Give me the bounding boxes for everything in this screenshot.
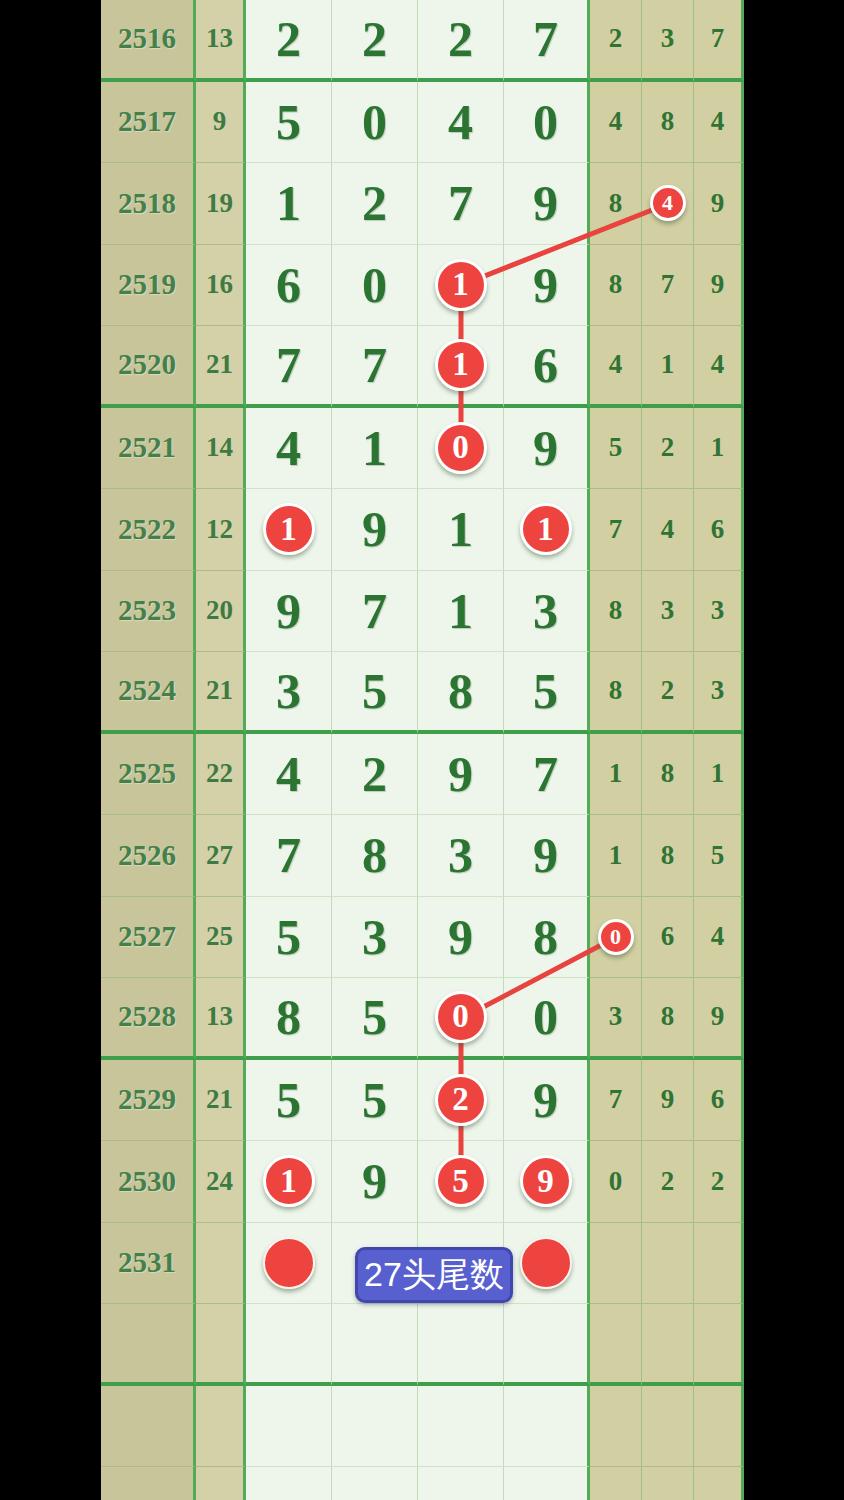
cell-2526-m2: 8 [332, 815, 418, 897]
cell-2525-s1: 1 [590, 734, 642, 816]
cell-2520-issue: 2520 [101, 326, 196, 408]
cell-r18-m3 [418, 1467, 504, 1500]
issue-value: 2531 [118, 1246, 176, 1279]
m1-value: 1 [276, 174, 301, 232]
cell-2531-s1 [590, 1223, 642, 1305]
cell-2524-s1: 8 [590, 652, 642, 734]
cell-2520-m1: 7 [246, 326, 332, 408]
cell-2530-m3: 5 [418, 1141, 504, 1223]
s1-value: 8 [609, 595, 623, 626]
cell-2525-m4: 7 [504, 734, 590, 816]
s1-value: 4 [609, 349, 623, 380]
m1-value: 5 [276, 1071, 301, 1129]
sum-value: 21 [206, 1084, 233, 1115]
marker-big-2530-m1: 1 [263, 1155, 315, 1207]
s2-value: 8 [661, 106, 675, 137]
cell-2521-m1: 4 [246, 408, 332, 490]
cell-2523-issue: 2523 [101, 571, 196, 653]
cell-2517-m2: 0 [332, 82, 418, 164]
m4-value: 7 [533, 745, 558, 803]
cell-2516-s2: 3 [642, 0, 694, 82]
marker-big-2520-m3: 1 [435, 339, 487, 391]
s2-value: 2 [661, 1166, 675, 1197]
cell-r18-m2 [332, 1467, 418, 1500]
cell-2530-s2: 2 [642, 1141, 694, 1223]
s1-value: 7 [609, 1084, 623, 1115]
cell-2531-s3 [694, 1223, 744, 1305]
m1-value: 8 [276, 988, 301, 1046]
cell-2529-issue: 2529 [101, 1060, 196, 1142]
cell-2526-s3: 5 [694, 815, 744, 897]
s2-value: 3 [661, 595, 675, 626]
s2-value: 9 [661, 1084, 675, 1115]
lottery-trend-screenshot: 2516132227237251795040484251819127984925… [0, 0, 844, 1500]
m4-value: 0 [533, 988, 558, 1046]
s1-value: 4 [609, 106, 623, 137]
cell-2518-sum: 19 [196, 163, 246, 245]
m3-value: 1 [448, 500, 473, 558]
cell-r16-s3 [694, 1304, 744, 1386]
cell-2527-s3: 4 [694, 897, 744, 979]
m1-value: 2 [276, 10, 301, 68]
cell-2528-m2: 5 [332, 978, 418, 1060]
m1-value: 6 [276, 256, 301, 314]
s3-value: 5 [711, 840, 725, 871]
cell-r17-s3 [694, 1386, 744, 1468]
cell-2518-m3: 7 [418, 163, 504, 245]
m1-value: 4 [276, 419, 301, 477]
s3-value: 6 [711, 514, 725, 545]
m2-value: 3 [362, 908, 387, 966]
m4-value: 9 [533, 1071, 558, 1129]
s1-value: 0 [609, 1166, 623, 1197]
cell-2518-issue: 2518 [101, 163, 196, 245]
cell-r17-issue [101, 1386, 196, 1468]
issue-value: 2526 [118, 839, 176, 872]
cell-2523-sum: 20 [196, 571, 246, 653]
m3-value: 8 [448, 662, 473, 720]
marker-big-2529-m3: 2 [435, 1074, 487, 1126]
cell-r16-s2 [642, 1304, 694, 1386]
marker-dot-2531-m1 [263, 1237, 315, 1289]
s1-value: 2 [609, 23, 623, 54]
s3-value: 9 [711, 1001, 725, 1032]
cell-2521-s2: 2 [642, 408, 694, 490]
sum-value: 20 [206, 595, 233, 626]
marker-big-2519-m3: 1 [435, 259, 487, 311]
s2-value: 8 [661, 758, 675, 789]
s3-value: 7 [711, 23, 725, 54]
cell-2520-s1: 4 [590, 326, 642, 408]
cell-r18-s3 [694, 1467, 744, 1500]
cell-2522-m4: 1 [504, 489, 590, 571]
cell-2519-s2: 7 [642, 245, 694, 327]
marker-big-2530-m4: 9 [520, 1155, 572, 1207]
cell-2531-s2 [642, 1223, 694, 1305]
cell-2521-issue: 2521 [101, 408, 196, 490]
cell-2529-s2: 9 [642, 1060, 694, 1142]
cell-r16-sum [196, 1304, 246, 1386]
s3-value: 9 [711, 188, 725, 219]
s2-value: 2 [661, 432, 675, 463]
cell-2531-sum [196, 1223, 246, 1305]
m3-value: 7 [448, 174, 473, 232]
cell-2529-m4: 9 [504, 1060, 590, 1142]
cell-2522-issue: 2522 [101, 489, 196, 571]
cell-2520-m4: 6 [504, 326, 590, 408]
issue-value: 2518 [118, 187, 176, 220]
s3-value: 2 [711, 1166, 725, 1197]
cell-r17-sum [196, 1386, 246, 1468]
cell-2519-m1: 6 [246, 245, 332, 327]
cell-2527-s2: 6 [642, 897, 694, 979]
cell-2524-s2: 2 [642, 652, 694, 734]
m3-value: 2 [448, 10, 473, 68]
cell-2527-issue: 2527 [101, 897, 196, 979]
cell-2526-m1: 7 [246, 815, 332, 897]
cell-2518-s3: 9 [694, 163, 744, 245]
sum-value: 25 [206, 921, 233, 952]
cell-2525-issue: 2525 [101, 734, 196, 816]
s3-value: 9 [711, 269, 725, 300]
cell-2529-m2: 5 [332, 1060, 418, 1142]
m2-value: 0 [362, 256, 387, 314]
cell-2522-m3: 1 [418, 489, 504, 571]
s3-value: 3 [711, 675, 725, 706]
sum-value: 16 [206, 269, 233, 300]
cell-2521-s3: 1 [694, 408, 744, 490]
s3-value: 4 [711, 349, 725, 380]
m2-value: 2 [362, 10, 387, 68]
cell-2521-m2: 1 [332, 408, 418, 490]
cell-2523-s1: 8 [590, 571, 642, 653]
m2-value: 0 [362, 93, 387, 151]
cell-2524-m2: 5 [332, 652, 418, 734]
cell-2527-m2: 3 [332, 897, 418, 979]
cell-2531-issue: 2531 [101, 1223, 196, 1305]
cell-2518-s1: 8 [590, 163, 642, 245]
s2-value: 8 [661, 1001, 675, 1032]
cell-r18-issue [101, 1467, 196, 1500]
cell-2523-m3: 1 [418, 571, 504, 653]
issue-value: 2525 [118, 757, 176, 790]
cell-2517-s1: 4 [590, 82, 642, 164]
m4-value: 9 [533, 826, 558, 884]
cell-2521-s1: 5 [590, 408, 642, 490]
m1-value: 4 [276, 745, 301, 803]
s2-value: 2 [661, 675, 675, 706]
m4-value: 3 [533, 582, 558, 640]
cell-2521-m4: 9 [504, 408, 590, 490]
cell-2519-s1: 8 [590, 245, 642, 327]
cell-2519-s3: 9 [694, 245, 744, 327]
cell-2527-m1: 5 [246, 897, 332, 979]
cell-2528-s1: 3 [590, 978, 642, 1060]
cell-r16-m3 [418, 1304, 504, 1386]
cell-2519-issue: 2519 [101, 245, 196, 327]
m3-value: 9 [448, 745, 473, 803]
cell-r17-m4 [504, 1386, 590, 1468]
cell-2526-s2: 8 [642, 815, 694, 897]
cell-2528-s2: 8 [642, 978, 694, 1060]
cell-2528-issue: 2528 [101, 978, 196, 1060]
issue-value: 2517 [118, 105, 176, 138]
m1-value: 9 [276, 582, 301, 640]
cell-2523-s3: 3 [694, 571, 744, 653]
sum-value: 22 [206, 758, 233, 789]
s1-value: 3 [609, 1001, 623, 1032]
s1-value: 5 [609, 432, 623, 463]
m2-value: 8 [362, 826, 387, 884]
m4-value: 9 [533, 419, 558, 477]
s1-value: 1 [609, 840, 623, 871]
cell-2518-s2: 4 [642, 163, 694, 245]
sum-value: 9 [213, 106, 227, 137]
cell-2526-sum: 27 [196, 815, 246, 897]
cell-2522-m1: 1 [246, 489, 332, 571]
issue-value: 2529 [118, 1083, 176, 1116]
issue-value: 2519 [118, 268, 176, 301]
cell-2527-m4: 8 [504, 897, 590, 979]
cell-2528-m3: 0 [418, 978, 504, 1060]
cell-2520-sum: 21 [196, 326, 246, 408]
m1-value: 5 [276, 93, 301, 151]
cell-2526-s1: 1 [590, 815, 642, 897]
m2-value: 7 [362, 336, 387, 394]
s2-value: 3 [661, 23, 675, 54]
m4-value: 6 [533, 336, 558, 394]
cell-2529-s1: 7 [590, 1060, 642, 1142]
cell-2519-m3: 1 [418, 245, 504, 327]
cell-2525-m1: 4 [246, 734, 332, 816]
cell-2530-sum: 24 [196, 1141, 246, 1223]
cell-2529-m3: 2 [418, 1060, 504, 1142]
cell-2519-m4: 9 [504, 245, 590, 327]
cell-2516-s3: 7 [694, 0, 744, 82]
marker-big-2521-m3: 0 [435, 422, 487, 474]
cell-2528-m1: 8 [246, 978, 332, 1060]
cell-2525-s3: 1 [694, 734, 744, 816]
s3-value: 1 [711, 758, 725, 789]
cell-2521-sum: 14 [196, 408, 246, 490]
m3-value: 3 [448, 826, 473, 884]
s1-value: 1 [609, 758, 623, 789]
cell-2516-s1: 2 [590, 0, 642, 82]
s2-value: 1 [661, 349, 675, 380]
s1-value: 8 [609, 188, 623, 219]
cell-2525-m3: 9 [418, 734, 504, 816]
cell-r16-issue [101, 1304, 196, 1386]
sum-value: 13 [206, 23, 233, 54]
s3-value: 4 [711, 106, 725, 137]
cell-r17-s1 [590, 1386, 642, 1468]
cell-2516-issue: 2516 [101, 0, 196, 82]
s1-value: 8 [609, 269, 623, 300]
cell-2523-m2: 7 [332, 571, 418, 653]
m1-value: 7 [276, 336, 301, 394]
cell-r18-m4 [504, 1467, 590, 1500]
cell-2530-m1: 1 [246, 1141, 332, 1223]
cell-2523-m4: 3 [504, 571, 590, 653]
cell-2517-m1: 5 [246, 82, 332, 164]
cell-2516-sum: 13 [196, 0, 246, 82]
marker-big-2522-m1: 1 [263, 503, 315, 555]
m2-value: 9 [362, 500, 387, 558]
cell-2522-s3: 6 [694, 489, 744, 571]
m4-value: 5 [533, 662, 558, 720]
cell-2528-m4: 0 [504, 978, 590, 1060]
issue-value: 2527 [118, 920, 176, 953]
cell-2528-s3: 9 [694, 978, 744, 1060]
s3-value: 4 [711, 921, 725, 952]
m4-value: 8 [533, 908, 558, 966]
cell-2524-m3: 8 [418, 652, 504, 734]
cell-2530-m2: 9 [332, 1141, 418, 1223]
cell-2520-s3: 4 [694, 326, 744, 408]
sum-value: 14 [206, 432, 233, 463]
cell-2524-sum: 21 [196, 652, 246, 734]
cell-2519-m2: 0 [332, 245, 418, 327]
cell-r17-m2 [332, 1386, 418, 1468]
cell-2523-m1: 9 [246, 571, 332, 653]
cell-r17-s2 [642, 1386, 694, 1468]
cell-2531-m1 [246, 1223, 332, 1305]
m3-value: 4 [448, 93, 473, 151]
marker-small-2527-s1: 0 [598, 919, 634, 955]
m2-value: 2 [362, 745, 387, 803]
letterbox-left [0, 0, 101, 1500]
cell-2531-m4 [504, 1223, 590, 1305]
cell-2517-sum: 9 [196, 82, 246, 164]
cell-2517-s3: 4 [694, 82, 744, 164]
cell-2525-s2: 8 [642, 734, 694, 816]
cell-2517-m4: 0 [504, 82, 590, 164]
issue-value: 2520 [118, 348, 176, 381]
issue-value: 2516 [118, 22, 176, 55]
cell-2526-m4: 9 [504, 815, 590, 897]
cell-2516-m1: 2 [246, 0, 332, 82]
m4-value: 0 [533, 93, 558, 151]
cell-2525-m2: 2 [332, 734, 418, 816]
m2-value: 5 [362, 988, 387, 1046]
m2-value: 5 [362, 662, 387, 720]
cell-2526-issue: 2526 [101, 815, 196, 897]
cell-2516-m2: 2 [332, 0, 418, 82]
cell-r16-s1 [590, 1304, 642, 1386]
m2-value: 9 [362, 1152, 387, 1210]
m3-value: 9 [448, 908, 473, 966]
m2-value: 1 [362, 419, 387, 477]
s2-value: 7 [661, 269, 675, 300]
m4-value: 9 [533, 174, 558, 232]
letterbox-right [744, 0, 844, 1500]
cell-2528-sum: 13 [196, 978, 246, 1060]
cell-r17-m3 [418, 1386, 504, 1468]
marker-big-2530-m3: 5 [435, 1155, 487, 1207]
marker-big-2528-m3: 0 [435, 991, 487, 1043]
cell-2529-sum: 21 [196, 1060, 246, 1142]
cell-r18-s1 [590, 1467, 642, 1500]
cell-2524-issue: 2524 [101, 652, 196, 734]
marker-dot-2531-m4 [520, 1237, 572, 1289]
cell-2520-m2: 7 [332, 326, 418, 408]
cell-2525-sum: 22 [196, 734, 246, 816]
cell-2530-issue: 2530 [101, 1141, 196, 1223]
cell-r16-m1 [246, 1304, 332, 1386]
cell-2518-m4: 9 [504, 163, 590, 245]
cell-2516-m3: 2 [418, 0, 504, 82]
cell-2517-issue: 2517 [101, 82, 196, 164]
sum-value: 19 [206, 188, 233, 219]
issue-value: 2528 [118, 1000, 176, 1033]
cell-2523-s2: 3 [642, 571, 694, 653]
issue-value: 2522 [118, 513, 176, 546]
issue-value: 2521 [118, 431, 176, 464]
sum-value: 13 [206, 1001, 233, 1032]
cell-2524-m4: 5 [504, 652, 590, 734]
cell-2522-s1: 7 [590, 489, 642, 571]
cell-r17-m1 [246, 1386, 332, 1468]
m1-value: 5 [276, 908, 301, 966]
s3-value: 3 [711, 595, 725, 626]
cell-2527-m3: 9 [418, 897, 504, 979]
marker-big-2522-m4: 1 [520, 503, 572, 555]
cell-2529-s3: 6 [694, 1060, 744, 1142]
issue-value: 2530 [118, 1165, 176, 1198]
cell-2519-sum: 16 [196, 245, 246, 327]
m2-value: 2 [362, 174, 387, 232]
cell-2522-sum: 12 [196, 489, 246, 571]
cell-2520-m3: 1 [418, 326, 504, 408]
s2-value: 6 [661, 921, 675, 952]
cell-2516-m4: 7 [504, 0, 590, 82]
cell-2518-m2: 2 [332, 163, 418, 245]
issue-value: 2524 [118, 674, 176, 707]
cell-2529-m1: 5 [246, 1060, 332, 1142]
cell-2527-sum: 25 [196, 897, 246, 979]
s1-value: 8 [609, 675, 623, 706]
cell-2517-m3: 4 [418, 82, 504, 164]
cell-2522-m2: 9 [332, 489, 418, 571]
s2-value: 8 [661, 840, 675, 871]
prediction-label: 27头尾数 [355, 1247, 513, 1303]
cell-2530-m4: 9 [504, 1141, 590, 1223]
s3-value: 6 [711, 1084, 725, 1115]
cell-2517-s2: 8 [642, 82, 694, 164]
marker-small-2518-s2: 4 [650, 185, 686, 221]
m1-value: 3 [276, 662, 301, 720]
cell-2521-m3: 0 [418, 408, 504, 490]
m4-value: 9 [533, 256, 558, 314]
sum-value: 24 [206, 1166, 233, 1197]
s3-value: 1 [711, 432, 725, 463]
cell-r16-m2 [332, 1304, 418, 1386]
sum-value: 12 [206, 514, 233, 545]
cell-2527-s1: 0 [590, 897, 642, 979]
m1-value: 7 [276, 826, 301, 884]
cell-2530-s1: 0 [590, 1141, 642, 1223]
cell-2522-s2: 4 [642, 489, 694, 571]
cell-2526-m3: 3 [418, 815, 504, 897]
m3-value: 1 [448, 582, 473, 640]
cell-r18-sum [196, 1467, 246, 1500]
sum-value: 27 [206, 840, 233, 871]
sum-value: 21 [206, 349, 233, 380]
m2-value: 5 [362, 1071, 387, 1129]
m2-value: 7 [362, 582, 387, 640]
cell-r18-m1 [246, 1467, 332, 1500]
s1-value: 7 [609, 514, 623, 545]
